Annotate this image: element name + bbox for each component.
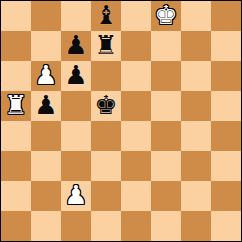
square-h5[interactable]: [211, 91, 241, 121]
square-b8[interactable]: [31, 1, 61, 31]
square-e2[interactable]: [121, 181, 151, 211]
square-c2[interactable]: ♟: [61, 181, 91, 211]
chess-board-frame: ♝♚♟♜♟♟♜♟♚♟: [0, 0, 242, 242]
black-bishop: ♝: [94, 1, 117, 30]
chess-board: ♝♚♟♜♟♟♜♟♚♟: [1, 1, 241, 241]
square-g8[interactable]: [181, 1, 211, 31]
square-a2[interactable]: [1, 181, 31, 211]
square-d2[interactable]: [91, 181, 121, 211]
square-d3[interactable]: [91, 151, 121, 181]
square-h4[interactable]: [211, 121, 241, 151]
square-e5[interactable]: [121, 91, 151, 121]
white-king: ♚: [154, 1, 177, 30]
square-b6[interactable]: ♟: [31, 61, 61, 91]
white-pawn: ♟: [64, 181, 87, 210]
square-a3[interactable]: [1, 151, 31, 181]
square-e6[interactable]: [121, 61, 151, 91]
square-f1[interactable]: [151, 211, 181, 241]
square-h6[interactable]: [211, 61, 241, 91]
square-b4[interactable]: [31, 121, 61, 151]
square-a8[interactable]: [1, 1, 31, 31]
square-h3[interactable]: [211, 151, 241, 181]
square-f8[interactable]: ♚: [151, 1, 181, 31]
square-f5[interactable]: [151, 91, 181, 121]
square-g1[interactable]: [181, 211, 211, 241]
square-c6[interactable]: ♟: [61, 61, 91, 91]
square-g4[interactable]: [181, 121, 211, 151]
square-f4[interactable]: [151, 121, 181, 151]
square-c1[interactable]: [61, 211, 91, 241]
square-f3[interactable]: [151, 151, 181, 181]
black-rook: ♜: [94, 31, 117, 60]
square-a1[interactable]: [1, 211, 31, 241]
black-pawn: ♟: [64, 61, 87, 90]
square-d5[interactable]: ♚: [91, 91, 121, 121]
square-d4[interactable]: [91, 121, 121, 151]
square-h2[interactable]: [211, 181, 241, 211]
square-f6[interactable]: [151, 61, 181, 91]
white-pawn: ♟: [34, 61, 57, 90]
black-pawn: ♟: [64, 31, 87, 60]
square-a7[interactable]: [1, 31, 31, 61]
square-f7[interactable]: [151, 31, 181, 61]
square-a4[interactable]: [1, 121, 31, 151]
square-e4[interactable]: [121, 121, 151, 151]
square-g3[interactable]: [181, 151, 211, 181]
black-king: ♚: [94, 91, 117, 120]
square-d6[interactable]: [91, 61, 121, 91]
square-e8[interactable]: [121, 1, 151, 31]
square-c3[interactable]: [61, 151, 91, 181]
square-b3[interactable]: [31, 151, 61, 181]
black-pawn: ♟: [34, 91, 57, 120]
square-h1[interactable]: [211, 211, 241, 241]
square-e3[interactable]: [121, 151, 151, 181]
square-e7[interactable]: [121, 31, 151, 61]
square-b1[interactable]: [31, 211, 61, 241]
square-b5[interactable]: ♟: [31, 91, 61, 121]
square-a5[interactable]: ♜: [1, 91, 31, 121]
square-g5[interactable]: [181, 91, 211, 121]
square-h7[interactable]: [211, 31, 241, 61]
square-d8[interactable]: ♝: [91, 1, 121, 31]
white-rook: ♜: [4, 91, 27, 120]
square-b7[interactable]: [31, 31, 61, 61]
square-c5[interactable]: [61, 91, 91, 121]
square-d7[interactable]: ♜: [91, 31, 121, 61]
square-c8[interactable]: [61, 1, 91, 31]
square-g2[interactable]: [181, 181, 211, 211]
square-h8[interactable]: [211, 1, 241, 31]
square-f2[interactable]: [151, 181, 181, 211]
square-c4[interactable]: [61, 121, 91, 151]
square-g7[interactable]: [181, 31, 211, 61]
square-e1[interactable]: [121, 211, 151, 241]
square-a6[interactable]: [1, 61, 31, 91]
square-c7[interactable]: ♟: [61, 31, 91, 61]
square-g6[interactable]: [181, 61, 211, 91]
square-d1[interactable]: [91, 211, 121, 241]
square-b2[interactable]: [31, 181, 61, 211]
